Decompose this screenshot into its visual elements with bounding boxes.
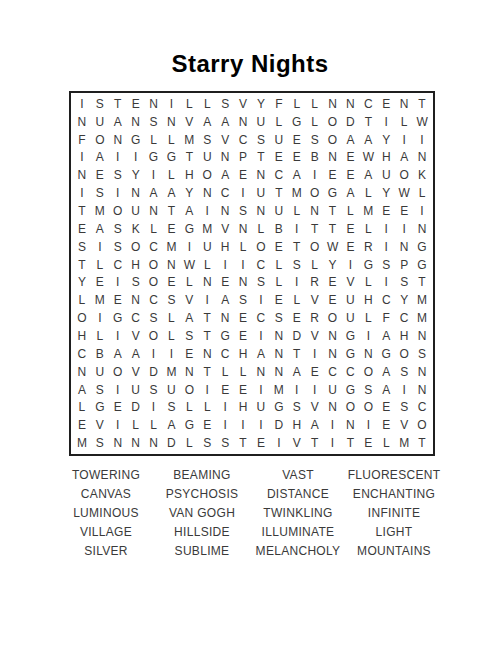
grid-cell-r13c7: A bbox=[180, 309, 198, 327]
grid-cell-r9c16: E bbox=[341, 238, 359, 256]
grid-cell-r11c10: N bbox=[234, 274, 252, 292]
grid-cell-r4c6: G bbox=[162, 149, 180, 167]
grid-cell-r2c11: U bbox=[252, 113, 270, 131]
grid-cell-r8c14: T bbox=[306, 220, 324, 238]
word-infinite: INFINITE bbox=[346, 504, 442, 523]
grid-cell-r17c8: I bbox=[198, 381, 216, 399]
grid-cell-r10c5: O bbox=[145, 256, 163, 274]
grid-cell-r13c2: I bbox=[91, 309, 109, 327]
grid-cell-r6c18: Y bbox=[377, 184, 395, 202]
grid-cell-r17c3: I bbox=[109, 381, 127, 399]
grid-cell-r12c20: M bbox=[413, 291, 431, 309]
grid-cell-r15c16: G bbox=[341, 345, 359, 363]
grid-cell-r20c15: I bbox=[324, 434, 342, 452]
grid-cell-r16c8: T bbox=[198, 363, 216, 381]
grid-cell-r10c2: L bbox=[91, 256, 109, 274]
grid-cell-r11c11: S bbox=[252, 274, 270, 292]
grid-cell-r10c10: I bbox=[234, 256, 252, 274]
grid-cell-r6c5: A bbox=[145, 184, 163, 202]
grid-cell-r1c16: N bbox=[341, 95, 359, 113]
grid-cell-r19c19: V bbox=[395, 416, 413, 434]
grid-cell-r14c3: I bbox=[109, 327, 127, 345]
grid-cell-r7c1: T bbox=[73, 202, 91, 220]
grid-cell-r9c17: R bbox=[359, 238, 377, 256]
grid-cell-r13c9: N bbox=[216, 309, 234, 327]
grid-cell-r15c7: E bbox=[180, 345, 198, 363]
grid-cell-r18c13: S bbox=[288, 398, 306, 416]
grid-cell-r17c6: U bbox=[162, 381, 180, 399]
grid-cell-r18c8: L bbox=[198, 398, 216, 416]
word-light: LIGHT bbox=[346, 523, 442, 542]
grid-cell-r4c12: E bbox=[270, 149, 288, 167]
grid-cell-r16c4: V bbox=[127, 363, 145, 381]
word-vast: VAST bbox=[250, 466, 346, 485]
grid-cell-r6c10: I bbox=[234, 184, 252, 202]
grid-cell-r3c7: M bbox=[180, 131, 198, 149]
grid-cell-r10c16: I bbox=[341, 256, 359, 274]
grid-cell-r2c4: N bbox=[127, 113, 145, 131]
grid-cell-r2c16: D bbox=[341, 113, 359, 131]
grid-cell-r13c15: O bbox=[324, 309, 342, 327]
grid-cell-r18c12: G bbox=[270, 398, 288, 416]
grid-cell-r17c12: M bbox=[270, 381, 288, 399]
grid-cell-r13c12: S bbox=[270, 309, 288, 327]
grid-cell-r4c18: H bbox=[377, 149, 395, 167]
grid-cell-r10c19: P bbox=[395, 256, 413, 274]
grid-cell-r7c15: T bbox=[324, 202, 342, 220]
grid-cell-r14c9: G bbox=[216, 327, 234, 345]
grid-cell-r6c7: Y bbox=[180, 184, 198, 202]
grid-cell-r19c13: H bbox=[288, 416, 306, 434]
grid-cell-r8c16: E bbox=[341, 220, 359, 238]
grid-cell-r15c8: N bbox=[198, 345, 216, 363]
grid-cell-r11c9: E bbox=[216, 274, 234, 292]
grid-cell-r17c19: I bbox=[395, 381, 413, 399]
word-enchanting: ENCHANTING bbox=[346, 485, 442, 504]
grid-cell-r1c10: V bbox=[234, 95, 252, 113]
grid-cell-r19c4: L bbox=[127, 416, 145, 434]
grid-cell-r1c13: L bbox=[288, 95, 306, 113]
grid-cell-r10c1: T bbox=[73, 256, 91, 274]
grid-cell-r14c7: S bbox=[180, 327, 198, 345]
grid-cell-r14c13: D bbox=[288, 327, 306, 345]
grid-cell-r17c20: N bbox=[413, 381, 431, 399]
grid-cell-r6c16: A bbox=[341, 184, 359, 202]
grid-cell-r8c20: N bbox=[413, 220, 431, 238]
grid-cell-r7c18: E bbox=[377, 202, 395, 220]
grid-cell-r4c20: N bbox=[413, 149, 431, 167]
grid-cell-r14c4: V bbox=[127, 327, 145, 345]
grid-cell-r15c14: I bbox=[306, 345, 324, 363]
grid-cell-r16c20: N bbox=[413, 363, 431, 381]
grid-cell-r4c5: G bbox=[145, 149, 163, 167]
grid-cell-r6c17: L bbox=[359, 184, 377, 202]
grid-cell-r9c8: U bbox=[198, 238, 216, 256]
grid-cell-r17c9: E bbox=[216, 381, 234, 399]
grid-cell-r17c7: O bbox=[180, 381, 198, 399]
grid-cell-r17c4: U bbox=[127, 381, 145, 399]
grid-cell-r7c12: U bbox=[270, 202, 288, 220]
grid-cell-r13c13: E bbox=[288, 309, 306, 327]
grid-cell-r1c4: E bbox=[127, 95, 145, 113]
grid-cell-r7c17: M bbox=[359, 202, 377, 220]
grid-cell-r11c5: O bbox=[145, 274, 163, 292]
grid-cell-r14c12: N bbox=[270, 327, 288, 345]
grid-cell-r11c19: S bbox=[395, 274, 413, 292]
grid-cell-r4c19: A bbox=[395, 149, 413, 167]
grid-cell-r16c17: O bbox=[359, 363, 377, 381]
grid-cell-r11c17: L bbox=[359, 274, 377, 292]
grid-cell-r14c10: E bbox=[234, 327, 252, 345]
grid-cell-r10c12: L bbox=[270, 256, 288, 274]
grid-cell-r16c6: M bbox=[162, 363, 180, 381]
grid-cell-r13c16: U bbox=[341, 309, 359, 327]
grid-cell-r4c3: I bbox=[109, 149, 127, 167]
grid-cell-r8c5: L bbox=[145, 220, 163, 238]
grid-cell-r1c11: Y bbox=[252, 95, 270, 113]
grid-cell-r11c14: R bbox=[306, 274, 324, 292]
grid-cell-r6c1: I bbox=[73, 184, 91, 202]
grid-cell-r8c3: S bbox=[109, 220, 127, 238]
grid-cell-r8c2: A bbox=[91, 220, 109, 238]
grid-cell-r18c3: E bbox=[109, 398, 127, 416]
grid-cell-r3c14: S bbox=[306, 131, 324, 149]
grid-cell-r19c20: O bbox=[413, 416, 431, 434]
word-illuminate: ILLUMINATE bbox=[250, 523, 346, 542]
grid-cell-r16c2: U bbox=[91, 363, 109, 381]
grid-cell-r11c7: L bbox=[180, 274, 198, 292]
grid-cell-r5c4: Y bbox=[127, 166, 145, 184]
grid-cell-r20c18: L bbox=[377, 434, 395, 452]
word-luminous: LUMINOUS bbox=[58, 504, 154, 523]
grid-cell-r3c15: O bbox=[324, 131, 342, 149]
grid-cell-r11c16: V bbox=[341, 274, 359, 292]
word-towering: TOWERING bbox=[58, 466, 154, 485]
word-melancholy: MELANCHOLY bbox=[250, 542, 346, 561]
grid-cell-r20c19: M bbox=[395, 434, 413, 452]
grid-cell-r6c11: U bbox=[252, 184, 270, 202]
grid-cell-r8c4: K bbox=[127, 220, 145, 238]
grid-cell-r15c6: I bbox=[162, 345, 180, 363]
grid-cell-r2c14: L bbox=[306, 113, 324, 131]
grid-cell-r12c12: E bbox=[270, 291, 288, 309]
grid-cell-r13c8: T bbox=[198, 309, 216, 327]
grid-cell-r9c14: O bbox=[306, 238, 324, 256]
grid-cell-r6c20: L bbox=[413, 184, 431, 202]
grid-cell-r14c2: L bbox=[91, 327, 109, 345]
grid-cell-r1c1: I bbox=[73, 95, 91, 113]
grid-cell-r11c3: I bbox=[109, 274, 127, 292]
grid-cell-r15c10: H bbox=[234, 345, 252, 363]
grid-cell-r3c19: I bbox=[395, 131, 413, 149]
grid-cell-r1c9: S bbox=[216, 95, 234, 113]
grid-cell-r13c10: E bbox=[234, 309, 252, 327]
grid-cell-r18c18: E bbox=[377, 398, 395, 416]
grid-cell-r9c15: W bbox=[324, 238, 342, 256]
grid-cell-r14c20: N bbox=[413, 327, 431, 345]
grid-cell-r10c17: G bbox=[359, 256, 377, 274]
grid-cell-r20c10: T bbox=[234, 434, 252, 452]
word-search-grid: ISTENILLSVYFLLNNCENTNUANSNVAANULGLODTILW… bbox=[69, 91, 435, 456]
grid-cell-r1c2: S bbox=[91, 95, 109, 113]
grid-cell-r11c13: I bbox=[288, 274, 306, 292]
grid-cell-r18c20: C bbox=[413, 398, 431, 416]
grid-cell-r16c11: N bbox=[252, 363, 270, 381]
grid-cell-r20c7: L bbox=[180, 434, 198, 452]
grid-cell-r19c10: I bbox=[234, 416, 252, 434]
grid-cell-r1c14: L bbox=[306, 95, 324, 113]
grid-cell-r5c8: O bbox=[198, 166, 216, 184]
grid-cell-r19c14: A bbox=[306, 416, 324, 434]
grid-cell-r8c18: I bbox=[377, 220, 395, 238]
grid-cell-r9c20: G bbox=[413, 238, 431, 256]
grid-cell-r15c9: C bbox=[216, 345, 234, 363]
grid-cell-r16c1: N bbox=[73, 363, 91, 381]
grid-cell-r13c6: L bbox=[162, 309, 180, 327]
grid-cell-r8c15: T bbox=[324, 220, 342, 238]
grid-cell-r18c19: S bbox=[395, 398, 413, 416]
grid-cell-r12c9: A bbox=[216, 291, 234, 309]
grid-cell-r13c19: C bbox=[395, 309, 413, 327]
grid-cell-r17c10: E bbox=[234, 381, 252, 399]
grid-cell-r4c1: I bbox=[73, 149, 91, 167]
grid-cell-r2c19: L bbox=[395, 113, 413, 131]
grid-cell-r3c13: E bbox=[288, 131, 306, 149]
grid-cell-r16c5: D bbox=[145, 363, 163, 381]
grid-cell-r13c3: G bbox=[109, 309, 127, 327]
grid-cell-r4c4: I bbox=[127, 149, 145, 167]
grid-cell-r5c20: K bbox=[413, 166, 431, 184]
grid-cell-r5c11: N bbox=[252, 166, 270, 184]
grid-cell-r13c20: M bbox=[413, 309, 431, 327]
grid-cell-r13c18: F bbox=[377, 309, 395, 327]
grid-cell-r20c17: E bbox=[359, 434, 377, 452]
grid-cell-r8c10: N bbox=[234, 220, 252, 238]
grid-cell-r19c6: A bbox=[162, 416, 180, 434]
grid-cell-r1c7: L bbox=[180, 95, 198, 113]
grid-cell-r1c19: N bbox=[395, 95, 413, 113]
grid-cell-r19c7: G bbox=[180, 416, 198, 434]
grid-cell-r15c20: S bbox=[413, 345, 431, 363]
grid-cell-r20c11: E bbox=[252, 434, 270, 452]
grid-cell-r9c4: O bbox=[127, 238, 145, 256]
grid-cell-r20c1: M bbox=[73, 434, 91, 452]
grid-cell-r10c6: N bbox=[162, 256, 180, 274]
grid-cell-r7c4: U bbox=[127, 202, 145, 220]
grid-cell-r10c13: S bbox=[288, 256, 306, 274]
grid-cell-r20c12: I bbox=[270, 434, 288, 452]
grid-cell-r16c10: L bbox=[234, 363, 252, 381]
grid-cell-r3c3: N bbox=[109, 131, 127, 149]
grid-cell-r12c10: S bbox=[234, 291, 252, 309]
grid-cell-r4c9: N bbox=[216, 149, 234, 167]
grid-cell-r9c11: O bbox=[252, 238, 270, 256]
grid-cell-r17c13: I bbox=[288, 381, 306, 399]
grid-cell-r12c4: N bbox=[127, 291, 145, 309]
grid-cell-r12c13: L bbox=[288, 291, 306, 309]
grid-cell-r7c19: E bbox=[395, 202, 413, 220]
grid-cell-r11c18: I bbox=[377, 274, 395, 292]
grid-cell-r18c14: V bbox=[306, 398, 324, 416]
grid-cell-r3c16: A bbox=[341, 131, 359, 149]
grid-cell-r11c12: L bbox=[270, 274, 288, 292]
grid-cell-r2c20: W bbox=[413, 113, 431, 131]
grid-cell-r5c2: E bbox=[91, 166, 109, 184]
grid-cell-r15c1: C bbox=[73, 345, 91, 363]
grid-cell-r18c5: I bbox=[145, 398, 163, 416]
grid-cell-r20c4: N bbox=[127, 434, 145, 452]
grid-cell-r10c14: L bbox=[306, 256, 324, 274]
grid-cell-r8c9: V bbox=[216, 220, 234, 238]
grid-cell-r5c16: E bbox=[341, 166, 359, 184]
grid-cell-r19c8: E bbox=[198, 416, 216, 434]
grid-cell-r3c20: I bbox=[413, 131, 431, 149]
grid-cell-r10c7: W bbox=[180, 256, 198, 274]
grid-cell-r3c5: L bbox=[145, 131, 163, 149]
grid-cell-r18c1: L bbox=[73, 398, 91, 416]
grid-cell-r18c2: G bbox=[91, 398, 109, 416]
word-psychosis: PSYCHOSIS bbox=[154, 485, 250, 504]
word-fluorescent: FLUORESCENT bbox=[346, 466, 442, 485]
grid-cell-r7c20: I bbox=[413, 202, 431, 220]
grid-cell-r7c16: L bbox=[341, 202, 359, 220]
grid-cell-r9c2: I bbox=[91, 238, 109, 256]
grid-cell-r1c8: L bbox=[198, 95, 216, 113]
grid-cell-r18c17: O bbox=[359, 398, 377, 416]
grid-cell-r11c4: S bbox=[127, 274, 145, 292]
grid-cell-r8c12: B bbox=[270, 220, 288, 238]
grid-cell-r5c9: A bbox=[216, 166, 234, 184]
grid-cell-r6c8: N bbox=[198, 184, 216, 202]
grid-cell-r20c8: S bbox=[198, 434, 216, 452]
grid-cell-r14c16: G bbox=[341, 327, 359, 345]
grid-cell-r15c11: A bbox=[252, 345, 270, 363]
grid-cell-r16c19: S bbox=[395, 363, 413, 381]
grid-cell-r6c15: G bbox=[324, 184, 342, 202]
grid-cell-r19c9: I bbox=[216, 416, 234, 434]
word-van-gogh: VAN GOGH bbox=[154, 504, 250, 523]
grid-cell-r1c15: N bbox=[324, 95, 342, 113]
grid-cell-r14c5: O bbox=[145, 327, 163, 345]
grid-cell-r17c14: I bbox=[306, 381, 324, 399]
grid-cell-r17c16: G bbox=[341, 381, 359, 399]
grid-cell-r15c5: I bbox=[145, 345, 163, 363]
word-sublime: SUBLIME bbox=[154, 542, 250, 561]
grid-cell-r9c5: C bbox=[145, 238, 163, 256]
grid-cell-r17c18: A bbox=[377, 381, 395, 399]
grid-cell-r2c12: L bbox=[270, 113, 288, 131]
grid-cell-r4c15: N bbox=[324, 149, 342, 167]
grid-cell-r15c12: N bbox=[270, 345, 288, 363]
grid-cell-r2c3: A bbox=[109, 113, 127, 131]
grid-cell-r5c12: C bbox=[270, 166, 288, 184]
grid-cell-r5c6: L bbox=[162, 166, 180, 184]
grid-cell-r13c11: C bbox=[252, 309, 270, 327]
grid-cell-r20c16: T bbox=[341, 434, 359, 452]
grid-cell-r3c10: C bbox=[234, 131, 252, 149]
grid-cell-r20c14: T bbox=[306, 434, 324, 452]
grid-cell-r1c18: E bbox=[377, 95, 395, 113]
grid-cell-r5c13: A bbox=[288, 166, 306, 184]
grid-cell-r15c18: G bbox=[377, 345, 395, 363]
grid-cell-r2c1: N bbox=[73, 113, 91, 131]
grid-cell-r16c7: N bbox=[180, 363, 198, 381]
grid-cell-r20c5: N bbox=[145, 434, 163, 452]
grid-cell-r7c6: T bbox=[162, 202, 180, 220]
word-hillside: HILLSIDE bbox=[154, 523, 250, 542]
grid-cell-r8c11: L bbox=[252, 220, 270, 238]
grid-cell-r16c16: C bbox=[341, 363, 359, 381]
grid-cell-r16c9: L bbox=[216, 363, 234, 381]
grid-cell-r15c4: A bbox=[127, 345, 145, 363]
grid-cell-r19c3: I bbox=[109, 416, 127, 434]
grid-cell-r7c13: L bbox=[288, 202, 306, 220]
puzzle-title: Starry Nights bbox=[0, 50, 500, 78]
grid-cell-r16c18: A bbox=[377, 363, 395, 381]
word-distance: DISTANCE bbox=[250, 485, 346, 504]
grid-cell-r6c13: M bbox=[288, 184, 306, 202]
grid-cell-r6c14: O bbox=[306, 184, 324, 202]
grid-cell-r6c9: C bbox=[216, 184, 234, 202]
grid-cell-r5c10: E bbox=[234, 166, 252, 184]
grid-cell-r15c13: T bbox=[288, 345, 306, 363]
grid-cell-r13c17: L bbox=[359, 309, 377, 327]
grid-cell-r4c11: T bbox=[252, 149, 270, 167]
grid-cell-r8c13: I bbox=[288, 220, 306, 238]
grid-cell-r17c11: I bbox=[252, 381, 270, 399]
grid-cell-r7c2: M bbox=[91, 202, 109, 220]
word-mountains: MOUNTAINS bbox=[346, 542, 442, 561]
grid-cell-r10c15: Y bbox=[324, 256, 342, 274]
grid-cell-r19c16: N bbox=[341, 416, 359, 434]
grid-cell-r16c14: E bbox=[306, 363, 324, 381]
grid-cell-r1c12: F bbox=[270, 95, 288, 113]
grid-cell-r4c13: E bbox=[288, 149, 306, 167]
grid-cell-r17c2: S bbox=[91, 381, 109, 399]
grid-cell-r18c10: H bbox=[234, 398, 252, 416]
grid-cell-r3c9: V bbox=[216, 131, 234, 149]
grid-cell-r5c18: U bbox=[377, 166, 395, 184]
grid-cell-r20c13: V bbox=[288, 434, 306, 452]
grid-cell-r13c1: O bbox=[73, 309, 91, 327]
grid-cell-r5c7: H bbox=[180, 166, 198, 184]
grid-cell-r15c17: N bbox=[359, 345, 377, 363]
grid-cell-r3c6: L bbox=[162, 131, 180, 149]
grid-cell-r6c12: T bbox=[270, 184, 288, 202]
grid-cell-r20c20: T bbox=[413, 434, 431, 452]
grid-cell-r8c19: I bbox=[395, 220, 413, 238]
grid-cell-r14c6: L bbox=[162, 327, 180, 345]
grid-cell-r6c2: S bbox=[91, 184, 109, 202]
grid-cell-r1c20: T bbox=[413, 95, 431, 113]
grid-cell-r11c1: Y bbox=[73, 274, 91, 292]
grid-cell-r7c9: N bbox=[216, 202, 234, 220]
grid-cell-r7c14: N bbox=[306, 202, 324, 220]
grid-cell-r2c6: N bbox=[162, 113, 180, 131]
grid-cell-r3c8: S bbox=[198, 131, 216, 149]
grid-cell-r13c5: S bbox=[145, 309, 163, 327]
grid-cell-r16c13: A bbox=[288, 363, 306, 381]
grid-cell-r14c11: I bbox=[252, 327, 270, 345]
grid-cell-r19c1: E bbox=[73, 416, 91, 434]
grid-cell-r11c6: E bbox=[162, 274, 180, 292]
grid-cell-r9c6: M bbox=[162, 238, 180, 256]
grid-cell-r5c17: A bbox=[359, 166, 377, 184]
grid-cell-r3c1: F bbox=[73, 131, 91, 149]
grid-cell-r12c19: Y bbox=[395, 291, 413, 309]
puzzle-page: Starry Nights ISTENILLSVYFLLNNCENTNUANSN… bbox=[0, 0, 500, 647]
grid-cell-r8c7: G bbox=[180, 220, 198, 238]
